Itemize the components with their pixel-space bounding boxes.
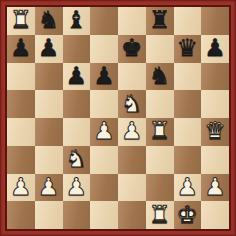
square-e7[interactable]: ♚ xyxy=(118,35,146,63)
square-a3[interactable] xyxy=(7,146,35,174)
square-c2[interactable]: ♟ xyxy=(63,174,91,202)
square-g5[interactable] xyxy=(174,90,202,118)
square-h3[interactable] xyxy=(201,146,229,174)
white-pawn-a2[interactable]: ♟ xyxy=(7,174,35,202)
square-b8[interactable]: ♞ xyxy=(35,7,63,35)
black-pawn-b7[interactable]: ♟ xyxy=(35,35,63,63)
square-h5[interactable] xyxy=(201,90,229,118)
square-f5[interactable] xyxy=(146,90,174,118)
square-h1[interactable] xyxy=(201,201,229,229)
chess-board: ♜♞♝♜♟♟♚♛♟♟♟♞♞♟♟♜♛♞♟♟♟♟♟♜♚ xyxy=(7,7,229,229)
white-pawn-h2[interactable]: ♟ xyxy=(201,174,229,202)
white-pawn-d4[interactable]: ♟ xyxy=(90,118,118,146)
square-g8[interactable] xyxy=(174,7,202,35)
square-e6[interactable] xyxy=(118,63,146,91)
white-queen-h4[interactable]: ♛ xyxy=(201,118,229,146)
square-b4[interactable] xyxy=(35,118,63,146)
square-g6[interactable] xyxy=(174,63,202,91)
square-c8[interactable]: ♝ xyxy=(63,7,91,35)
square-f1[interactable]: ♜ xyxy=(146,201,174,229)
square-b5[interactable] xyxy=(35,90,63,118)
square-b2[interactable]: ♟ xyxy=(35,174,63,202)
square-e4[interactable]: ♟ xyxy=(118,118,146,146)
square-d1[interactable] xyxy=(90,201,118,229)
square-h6[interactable] xyxy=(201,63,229,91)
square-a7[interactable]: ♟ xyxy=(7,35,35,63)
square-d6[interactable]: ♟ xyxy=(90,63,118,91)
square-b6[interactable] xyxy=(35,63,63,91)
black-king-e7[interactable]: ♚ xyxy=(118,35,146,63)
square-a6[interactable] xyxy=(7,63,35,91)
board-frame: ♜♞♝♜♟♟♚♛♟♟♟♞♞♟♟♜♛♞♟♟♟♟♟♜♚ xyxy=(0,0,236,236)
black-bishop-c8[interactable]: ♝ xyxy=(63,7,91,35)
square-b1[interactable] xyxy=(35,201,63,229)
square-a4[interactable] xyxy=(7,118,35,146)
square-f3[interactable] xyxy=(146,146,174,174)
white-knight-c3[interactable]: ♞ xyxy=(63,146,91,174)
square-h7[interactable]: ♟ xyxy=(201,35,229,63)
black-queen-g7[interactable]: ♛ xyxy=(174,35,202,63)
square-c4[interactable] xyxy=(63,118,91,146)
black-pawn-c6[interactable]: ♟ xyxy=(63,63,91,91)
black-knight-f6[interactable]: ♞ xyxy=(146,63,174,91)
square-e3[interactable] xyxy=(118,146,146,174)
black-pawn-a7[interactable]: ♟ xyxy=(7,35,35,63)
square-b3[interactable] xyxy=(35,146,63,174)
square-g4[interactable] xyxy=(174,118,202,146)
square-d7[interactable] xyxy=(90,35,118,63)
square-a8[interactable]: ♜ xyxy=(7,7,35,35)
square-g1[interactable]: ♚ xyxy=(174,201,202,229)
square-b7[interactable]: ♟ xyxy=(35,35,63,63)
square-d3[interactable] xyxy=(90,146,118,174)
black-knight-b8[interactable]: ♞ xyxy=(35,7,63,35)
square-f7[interactable] xyxy=(146,35,174,63)
black-rook-f8[interactable]: ♜ xyxy=(146,7,174,35)
square-a5[interactable] xyxy=(7,90,35,118)
square-f6[interactable]: ♞ xyxy=(146,63,174,91)
white-king-g1[interactable]: ♚ xyxy=(174,201,202,229)
white-knight-e5[interactable]: ♞ xyxy=(118,90,146,118)
square-f8[interactable]: ♜ xyxy=(146,7,174,35)
white-pawn-e4[interactable]: ♟ xyxy=(118,118,146,146)
square-g7[interactable]: ♛ xyxy=(174,35,202,63)
square-f4[interactable]: ♜ xyxy=(146,118,174,146)
square-c3[interactable]: ♞ xyxy=(63,146,91,174)
square-f2[interactable] xyxy=(146,174,174,202)
square-e2[interactable] xyxy=(118,174,146,202)
black-pawn-h7[interactable]: ♟ xyxy=(201,35,229,63)
square-c1[interactable] xyxy=(63,201,91,229)
white-pawn-g2[interactable]: ♟ xyxy=(174,174,202,202)
square-h2[interactable]: ♟ xyxy=(201,174,229,202)
square-e5[interactable]: ♞ xyxy=(118,90,146,118)
white-pawn-b2[interactable]: ♟ xyxy=(35,174,63,202)
white-pawn-c2[interactable]: ♟ xyxy=(63,174,91,202)
square-g2[interactable]: ♟ xyxy=(174,174,202,202)
square-e8[interactable] xyxy=(118,7,146,35)
square-h4[interactable]: ♛ xyxy=(201,118,229,146)
square-c5[interactable] xyxy=(63,90,91,118)
white-rook-f1[interactable]: ♜ xyxy=(146,201,174,229)
square-c6[interactable]: ♟ xyxy=(63,63,91,91)
square-h8[interactable] xyxy=(201,7,229,35)
square-c7[interactable] xyxy=(63,35,91,63)
square-g3[interactable] xyxy=(174,146,202,174)
square-a1[interactable] xyxy=(7,201,35,229)
square-d4[interactable]: ♟ xyxy=(90,118,118,146)
white-rook-a8[interactable]: ♜ xyxy=(7,7,35,35)
square-a2[interactable]: ♟ xyxy=(7,174,35,202)
square-d2[interactable] xyxy=(90,174,118,202)
black-pawn-d6[interactable]: ♟ xyxy=(90,63,118,91)
square-d5[interactable] xyxy=(90,90,118,118)
white-rook-f4[interactable]: ♜ xyxy=(146,118,174,146)
square-e1[interactable] xyxy=(118,201,146,229)
square-d8[interactable] xyxy=(90,7,118,35)
